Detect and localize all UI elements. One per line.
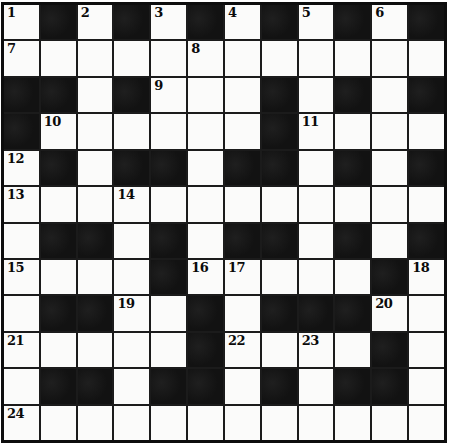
black-cell-r0c1 xyxy=(41,5,76,39)
white-cell-r5c3[interactable]: 14 xyxy=(114,187,149,221)
white-cell-r9c2[interactable] xyxy=(78,333,113,367)
black-cell-r4c3 xyxy=(114,151,149,185)
clue-number-11: 11 xyxy=(302,114,319,129)
clue-number-3: 3 xyxy=(154,5,163,20)
white-cell-r10c3[interactable] xyxy=(114,369,149,403)
black-cell-r10c9 xyxy=(335,369,370,403)
white-cell-r3c2[interactable] xyxy=(78,114,113,148)
clue-number-16: 16 xyxy=(191,260,208,275)
white-cell-r2c6[interactable] xyxy=(225,78,260,112)
white-cell-r11c10[interactable] xyxy=(372,406,407,440)
white-cell-r2c5[interactable] xyxy=(188,78,223,112)
white-cell-r11c7[interactable] xyxy=(262,406,297,440)
white-cell-r9c1[interactable] xyxy=(41,333,76,367)
clue-number-21: 21 xyxy=(7,333,24,348)
white-cell-r8c3[interactable]: 19 xyxy=(114,296,149,330)
white-cell-r1c8[interactable] xyxy=(299,41,334,75)
white-cell-r11c11[interactable] xyxy=(409,406,444,440)
black-cell-r6c4 xyxy=(151,224,186,258)
black-cell-r4c1 xyxy=(41,151,76,185)
clue-number-22: 22 xyxy=(228,333,245,348)
black-cell-r4c7 xyxy=(262,151,297,185)
white-cell-r7c8[interactable] xyxy=(299,260,334,294)
black-cell-r4c9 xyxy=(335,151,370,185)
black-cell-r8c2 xyxy=(78,296,113,330)
black-cell-r8c7 xyxy=(262,296,297,330)
white-cell-r11c4[interactable] xyxy=(151,406,186,440)
white-cell-r9c9[interactable] xyxy=(335,333,370,367)
white-cell-r5c0[interactable]: 13 xyxy=(4,187,39,221)
white-cell-r7c3[interactable] xyxy=(114,260,149,294)
white-cell-r5c2[interactable] xyxy=(78,187,113,221)
black-cell-r6c11 xyxy=(409,224,444,258)
white-cell-r3c5[interactable] xyxy=(188,114,223,148)
white-cell-r7c1[interactable] xyxy=(41,260,76,294)
white-cell-r1c3[interactable] xyxy=(114,41,149,75)
black-cell-r6c6 xyxy=(225,224,260,258)
white-cell-r3c9[interactable] xyxy=(335,114,370,148)
white-cell-r3c3[interactable] xyxy=(114,114,149,148)
black-cell-r3c7 xyxy=(262,114,297,148)
black-cell-r8c9 xyxy=(335,296,370,330)
white-cell-r5c8[interactable] xyxy=(299,187,334,221)
black-cell-r3c0 xyxy=(4,114,39,148)
clue-number-17: 17 xyxy=(228,260,245,275)
black-cell-r2c7 xyxy=(262,78,297,112)
clue-number-7: 7 xyxy=(7,41,16,56)
white-cell-r0c4[interactable]: 3 xyxy=(151,5,186,39)
white-cell-r5c11[interactable] xyxy=(409,187,444,221)
black-cell-r10c7 xyxy=(262,369,297,403)
white-cell-r9c8[interactable]: 23 xyxy=(299,333,334,367)
black-cell-r4c11 xyxy=(409,151,444,185)
white-cell-r1c5[interactable]: 8 xyxy=(188,41,223,75)
white-cell-r9c4[interactable] xyxy=(151,333,186,367)
white-cell-r10c6[interactable] xyxy=(225,369,260,403)
black-cell-r8c8 xyxy=(299,296,334,330)
white-cell-r2c4[interactable]: 9 xyxy=(151,78,186,112)
black-cell-r9c10 xyxy=(372,333,407,367)
clue-number-1: 1 xyxy=(7,5,16,20)
black-cell-r0c7 xyxy=(262,5,297,39)
white-cell-r8c10[interactable]: 20 xyxy=(372,296,407,330)
white-cell-r5c4[interactable] xyxy=(151,187,186,221)
white-cell-r1c4[interactable] xyxy=(151,41,186,75)
black-cell-r9c5 xyxy=(188,333,223,367)
white-cell-r7c2[interactable] xyxy=(78,260,113,294)
white-cell-r11c9[interactable] xyxy=(335,406,370,440)
white-cell-r9c11[interactable] xyxy=(409,333,444,367)
white-cell-r4c2[interactable] xyxy=(78,151,113,185)
white-cell-r10c11[interactable] xyxy=(409,369,444,403)
white-cell-r9c7[interactable] xyxy=(262,333,297,367)
white-cell-r7c11[interactable]: 18 xyxy=(409,260,444,294)
white-cell-r8c6[interactable] xyxy=(225,296,260,330)
white-cell-r4c0[interactable]: 12 xyxy=(4,151,39,185)
black-cell-r8c5 xyxy=(188,296,223,330)
white-cell-r9c0[interactable]: 21 xyxy=(4,333,39,367)
black-cell-r10c1 xyxy=(41,369,76,403)
white-cell-r2c2[interactable] xyxy=(78,78,113,112)
white-cell-r7c5[interactable]: 16 xyxy=(188,260,223,294)
clue-number-4: 4 xyxy=(228,5,237,20)
white-cell-r9c3[interactable] xyxy=(114,333,149,367)
white-cell-r2c8[interactable] xyxy=(299,78,334,112)
white-cell-r9c6[interactable]: 22 xyxy=(225,333,260,367)
black-cell-r7c10 xyxy=(372,260,407,294)
white-cell-r1c1[interactable] xyxy=(41,41,76,75)
crossword-grid: 123456789101112131415161718192021222324 xyxy=(1,2,447,443)
white-cell-r1c7[interactable] xyxy=(262,41,297,75)
white-cell-r8c4[interactable] xyxy=(151,296,186,330)
white-cell-r5c10[interactable] xyxy=(372,187,407,221)
white-cell-r1c11[interactable] xyxy=(409,41,444,75)
black-cell-r4c6 xyxy=(225,151,260,185)
white-cell-r0c0[interactable]: 1 xyxy=(4,5,39,39)
black-cell-r10c4 xyxy=(151,369,186,403)
white-cell-r11c5[interactable] xyxy=(188,406,223,440)
white-cell-r7c6[interactable]: 17 xyxy=(225,260,260,294)
black-cell-r0c3 xyxy=(114,5,149,39)
clue-number-23: 23 xyxy=(302,333,319,348)
clue-number-9: 9 xyxy=(154,78,163,93)
white-cell-r11c6[interactable] xyxy=(225,406,260,440)
clue-number-8: 8 xyxy=(191,41,200,56)
white-cell-r6c0[interactable] xyxy=(4,224,39,258)
white-cell-r1c10[interactable] xyxy=(372,41,407,75)
white-cell-r6c10[interactable] xyxy=(372,224,407,258)
white-cell-r1c9[interactable] xyxy=(335,41,370,75)
white-cell-r4c5[interactable] xyxy=(188,151,223,185)
white-cell-r7c7[interactable] xyxy=(262,260,297,294)
white-cell-r5c6[interactable] xyxy=(225,187,260,221)
white-cell-r11c3[interactable] xyxy=(114,406,149,440)
white-cell-r2c10[interactable] xyxy=(372,78,407,112)
white-cell-r4c10[interactable] xyxy=(372,151,407,185)
white-cell-r7c9[interactable] xyxy=(335,260,370,294)
clue-number-5: 5 xyxy=(302,5,311,20)
white-cell-r3c6[interactable] xyxy=(225,114,260,148)
white-cell-r11c0[interactable]: 24 xyxy=(4,406,39,440)
white-cell-r0c6[interactable]: 4 xyxy=(225,5,260,39)
black-cell-r10c5 xyxy=(188,369,223,403)
white-cell-r4c8[interactable] xyxy=(299,151,334,185)
white-cell-r0c8[interactable]: 5 xyxy=(299,5,334,39)
white-cell-r10c0[interactable] xyxy=(4,369,39,403)
white-cell-r5c7[interactable] xyxy=(262,187,297,221)
clue-number-6: 6 xyxy=(375,5,384,20)
white-cell-r1c6[interactable] xyxy=(225,41,260,75)
black-cell-r0c9 xyxy=(335,5,370,39)
black-cell-r6c1 xyxy=(41,224,76,258)
white-cell-r11c1[interactable] xyxy=(41,406,76,440)
white-cell-r1c0[interactable]: 7 xyxy=(4,41,39,75)
black-cell-r6c9 xyxy=(335,224,370,258)
black-cell-r2c0 xyxy=(4,78,39,112)
clue-number-12: 12 xyxy=(7,151,24,166)
white-cell-r0c2[interactable]: 2 xyxy=(78,5,113,39)
white-cell-r11c2[interactable] xyxy=(78,406,113,440)
clue-number-20: 20 xyxy=(375,296,392,311)
white-cell-r3c8[interactable]: 11 xyxy=(299,114,334,148)
white-cell-r8c11[interactable] xyxy=(409,296,444,330)
clue-number-13: 13 xyxy=(7,187,24,202)
white-cell-r10c8[interactable] xyxy=(299,369,334,403)
black-cell-r6c2 xyxy=(78,224,113,258)
black-cell-r7c4 xyxy=(151,260,186,294)
black-cell-r0c5 xyxy=(188,5,223,39)
black-cell-r6c7 xyxy=(262,224,297,258)
clue-number-18: 18 xyxy=(412,260,429,275)
black-cell-r2c1 xyxy=(41,78,76,112)
white-cell-r3c4[interactable] xyxy=(151,114,186,148)
clue-number-2: 2 xyxy=(81,5,90,20)
white-cell-r8c0[interactable] xyxy=(4,296,39,330)
white-cell-r3c11[interactable] xyxy=(409,114,444,148)
white-cell-r5c5[interactable] xyxy=(188,187,223,221)
clue-number-10: 10 xyxy=(44,114,61,129)
white-cell-r0c10[interactable]: 6 xyxy=(372,5,407,39)
clue-number-15: 15 xyxy=(7,260,24,275)
white-cell-r6c8[interactable] xyxy=(299,224,334,258)
black-cell-r10c2 xyxy=(78,369,113,403)
white-cell-r1c2[interactable] xyxy=(78,41,113,75)
white-cell-r11c8[interactable] xyxy=(299,406,334,440)
black-cell-r2c11 xyxy=(409,78,444,112)
black-cell-r2c9 xyxy=(335,78,370,112)
crossword-board-wrap: 123456789101112131415161718192021222324 xyxy=(1,2,447,443)
white-cell-r7c0[interactable]: 15 xyxy=(4,260,39,294)
clue-number-14: 14 xyxy=(117,187,134,202)
white-cell-r5c9[interactable] xyxy=(335,187,370,221)
clue-number-24: 24 xyxy=(7,406,24,421)
black-cell-r4c4 xyxy=(151,151,186,185)
white-cell-r5c1[interactable] xyxy=(41,187,76,221)
white-cell-r6c5[interactable] xyxy=(188,224,223,258)
black-cell-r8c1 xyxy=(41,296,76,330)
white-cell-r6c3[interactable] xyxy=(114,224,149,258)
black-cell-r0c11 xyxy=(409,5,444,39)
clue-number-19: 19 xyxy=(117,296,134,311)
black-cell-r10c10 xyxy=(372,369,407,403)
white-cell-r3c1[interactable]: 10 xyxy=(41,114,76,148)
black-cell-r2c3 xyxy=(114,78,149,112)
white-cell-r3c10[interactable] xyxy=(372,114,407,148)
